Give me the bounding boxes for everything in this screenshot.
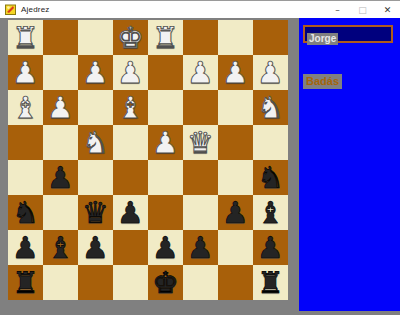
board-square[interactable]: ♞	[253, 90, 288, 125]
white-queen: ♛	[183, 125, 218, 160]
board-square[interactable]	[78, 160, 113, 195]
board-square[interactable]	[218, 265, 253, 300]
board-square[interactable]: ♝	[43, 230, 78, 265]
white-pawn: ♟	[148, 125, 183, 160]
board-square[interactable]	[183, 20, 218, 55]
window-controls: – □ ✕	[325, 1, 400, 18]
board-square[interactable]: ♛	[78, 195, 113, 230]
app-icon	[5, 4, 16, 15]
board-square[interactable]	[148, 55, 183, 90]
board-square[interactable]	[218, 20, 253, 55]
black-pawn: ♟	[113, 195, 148, 230]
board-square[interactable]: ♟	[78, 230, 113, 265]
window-body: ♜♚♜♟♟♟♟♟♟♝♟♝♞♞♟♛♟♞♞♛♟♟♝♟♝♟♟♟♟♜♚♜ Jorge B…	[0, 18, 400, 315]
side-panel: Jorge Badás	[299, 18, 400, 311]
board-square[interactable]: ♝	[8, 90, 43, 125]
board-square[interactable]	[8, 160, 43, 195]
black-rook: ♜	[253, 265, 288, 300]
black-rook: ♜	[8, 265, 43, 300]
board-square[interactable]: ♝	[253, 195, 288, 230]
board-square[interactable]	[113, 230, 148, 265]
black-king: ♚	[148, 265, 183, 300]
board-square[interactable]	[183, 195, 218, 230]
board-square[interactable]	[183, 90, 218, 125]
black-pawn: ♟	[183, 230, 218, 265]
black-pawn: ♟	[43, 160, 78, 195]
board-square[interactable]: ♞	[8, 195, 43, 230]
board-square[interactable]	[43, 125, 78, 160]
board-square[interactable]: ♟	[148, 125, 183, 160]
board-square[interactable]: ♟	[8, 55, 43, 90]
black-knight: ♞	[8, 195, 43, 230]
title-bar: Ajedrez – □ ✕	[0, 0, 400, 18]
board-square[interactable]	[43, 265, 78, 300]
board-square[interactable]	[183, 265, 218, 300]
board-square[interactable]: ♟	[43, 160, 78, 195]
white-pawn: ♟	[183, 55, 218, 90]
black-pawn: ♟	[218, 195, 253, 230]
chess-board: ♜♚♜♟♟♟♟♟♟♝♟♝♞♞♟♛♟♞♞♛♟♟♝♟♝♟♟♟♟♜♚♜	[8, 20, 288, 300]
white-pawn: ♟	[253, 55, 288, 90]
black-pawn: ♟	[8, 230, 43, 265]
window-title: Ajedrez	[21, 5, 50, 14]
board-square[interactable]	[43, 195, 78, 230]
board-square[interactable]	[8, 125, 43, 160]
board-square[interactable]: ♟	[253, 55, 288, 90]
board-square[interactable]	[218, 230, 253, 265]
player-name-value: Jorge	[307, 33, 338, 45]
board-square[interactable]	[148, 90, 183, 125]
board-square[interactable]: ♟	[43, 90, 78, 125]
board-square[interactable]: ♝	[113, 90, 148, 125]
board-square[interactable]: ♜	[253, 265, 288, 300]
board-square[interactable]: ♟	[78, 55, 113, 90]
board-square[interactable]: ♟	[8, 230, 43, 265]
white-king: ♚	[113, 20, 148, 55]
board-square[interactable]: ♟	[148, 230, 183, 265]
chess-app-window: Ajedrez – □ ✕ ♜♚♜♟♟♟♟♟♟♝♟♝♞♞♟♛♟♞♞♛♟♟♝♟♝♟…	[0, 0, 400, 315]
board-square[interactable]	[253, 20, 288, 55]
player-name-input[interactable]: Jorge	[303, 25, 393, 43]
board-square[interactable]: ♟	[253, 230, 288, 265]
white-pawn: ♟	[43, 90, 78, 125]
board-square[interactable]: ♚	[148, 265, 183, 300]
board-square[interactable]	[43, 55, 78, 90]
board-square[interactable]: ♟	[113, 55, 148, 90]
black-pawn: ♟	[78, 230, 113, 265]
maximize-button[interactable]: □	[350, 1, 375, 18]
board-square[interactable]	[218, 90, 253, 125]
board-square[interactable]	[218, 125, 253, 160]
board-square[interactable]	[78, 265, 113, 300]
board-square[interactable]: ♟	[183, 230, 218, 265]
board-square[interactable]: ♟	[183, 55, 218, 90]
black-pawn: ♟	[253, 230, 288, 265]
board-square[interactable]: ♜	[8, 20, 43, 55]
board-square[interactable]: ♜	[148, 20, 183, 55]
white-bishop: ♝	[113, 90, 148, 125]
black-bishop: ♝	[253, 195, 288, 230]
board-square[interactable]	[78, 20, 113, 55]
board-square[interactable]	[148, 195, 183, 230]
white-pawn: ♟	[218, 55, 253, 90]
black-pawn: ♟	[148, 230, 183, 265]
board-square[interactable]	[148, 160, 183, 195]
board-square[interactable]: ♜	[8, 265, 43, 300]
board-square[interactable]: ♟	[218, 195, 253, 230]
white-rook: ♜	[148, 20, 183, 55]
player-name-label: Badás	[303, 74, 342, 89]
white-pawn: ♟	[113, 55, 148, 90]
board-square[interactable]	[113, 265, 148, 300]
board-square[interactable]: ♟	[218, 55, 253, 90]
board-square[interactable]: ♟	[113, 195, 148, 230]
white-pawn: ♟	[78, 55, 113, 90]
board-square[interactable]	[183, 160, 218, 195]
board-square[interactable]	[113, 160, 148, 195]
board-square[interactable]: ♚	[113, 20, 148, 55]
board-square[interactable]	[113, 125, 148, 160]
board-square[interactable]	[253, 125, 288, 160]
white-pawn: ♟	[8, 55, 43, 90]
minimize-button[interactable]: –	[325, 1, 350, 18]
white-knight: ♞	[78, 125, 113, 160]
board-square[interactable]	[43, 20, 78, 55]
white-bishop: ♝	[8, 90, 43, 125]
white-rook: ♜	[8, 20, 43, 55]
close-button[interactable]: ✕	[375, 1, 400, 18]
black-knight: ♞	[253, 160, 288, 195]
board-square[interactable]	[78, 90, 113, 125]
board-square[interactable]: ♞	[253, 160, 288, 195]
board-square[interactable]: ♛	[183, 125, 218, 160]
white-knight: ♞	[253, 90, 288, 125]
board-square[interactable]	[218, 160, 253, 195]
black-bishop: ♝	[43, 230, 78, 265]
black-queen: ♛	[78, 195, 113, 230]
board-square[interactable]: ♞	[78, 125, 113, 160]
